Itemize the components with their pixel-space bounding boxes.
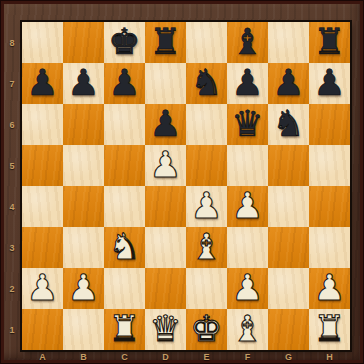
square-a5[interactable]	[22, 145, 63, 186]
piece-white-pawn-a2[interactable]: ♟	[26, 267, 58, 308]
file-label-e: E	[186, 349, 227, 364]
square-a6[interactable]	[22, 104, 63, 145]
piece-white-king-e1[interactable]: ♚	[190, 308, 222, 349]
piece-black-pawn-c7[interactable]: ♟	[108, 62, 140, 103]
piece-white-bishop-e3[interactable]: ♝	[190, 226, 222, 267]
piece-white-pawn-b2[interactable]: ♟	[67, 267, 99, 308]
square-h3[interactable]	[309, 227, 350, 268]
square-h1[interactable]: ♜	[309, 309, 350, 350]
square-e7[interactable]: ♞	[186, 63, 227, 104]
square-d3[interactable]	[145, 227, 186, 268]
rank-labels: 87654321	[0, 22, 22, 350]
square-a8[interactable]	[22, 22, 63, 63]
square-a1[interactable]	[22, 309, 63, 350]
square-h8[interactable]: ♜	[309, 22, 350, 63]
file-labels: ABCDEFGH	[22, 349, 350, 364]
square-e2[interactable]	[186, 268, 227, 309]
piece-white-rook-c1[interactable]: ♜	[108, 308, 140, 349]
square-f7[interactable]: ♟	[227, 63, 268, 104]
piece-black-pawn-g7[interactable]: ♟	[272, 62, 304, 103]
square-e3[interactable]: ♝	[186, 227, 227, 268]
square-e1[interactable]: ♚	[186, 309, 227, 350]
square-e6[interactable]	[186, 104, 227, 145]
rank-label-7: 7	[0, 63, 22, 104]
rank-label-3: 3	[0, 227, 22, 268]
square-f4[interactable]: ♟	[227, 186, 268, 227]
square-g1[interactable]	[268, 309, 309, 350]
file-label-g: G	[268, 349, 309, 364]
piece-white-pawn-f4[interactable]: ♟	[231, 185, 263, 226]
square-f6[interactable]: ♛	[227, 104, 268, 145]
square-c4[interactable]	[104, 186, 145, 227]
piece-white-pawn-d5[interactable]: ♟	[149, 144, 181, 185]
file-label-b: B	[63, 349, 104, 364]
square-h7[interactable]: ♟	[309, 63, 350, 104]
piece-black-pawn-d6[interactable]: ♟	[149, 103, 181, 144]
square-e5[interactable]	[186, 145, 227, 186]
square-b7[interactable]: ♟	[63, 63, 104, 104]
square-d6[interactable]: ♟	[145, 104, 186, 145]
rank-label-2: 2	[0, 268, 22, 309]
piece-black-pawn-b7[interactable]: ♟	[67, 62, 99, 103]
piece-black-queen-f6[interactable]: ♛	[231, 103, 263, 144]
piece-black-pawn-h7[interactable]: ♟	[313, 62, 345, 103]
square-g6[interactable]: ♞	[268, 104, 309, 145]
square-c1[interactable]: ♜	[104, 309, 145, 350]
square-e8[interactable]	[186, 22, 227, 63]
square-b1[interactable]	[63, 309, 104, 350]
file-label-f: F	[227, 349, 268, 364]
piece-white-pawn-h2[interactable]: ♟	[313, 267, 345, 308]
piece-white-pawn-e4[interactable]: ♟	[190, 185, 222, 226]
square-g3[interactable]	[268, 227, 309, 268]
piece-white-queen-d1[interactable]: ♛	[149, 308, 181, 349]
square-h4[interactable]	[309, 186, 350, 227]
piece-black-knight-g6[interactable]: ♞	[272, 103, 304, 144]
square-d2[interactable]	[145, 268, 186, 309]
square-f2[interactable]: ♟	[227, 268, 268, 309]
file-label-h: H	[309, 349, 350, 364]
square-c7[interactable]: ♟	[104, 63, 145, 104]
square-h5[interactable]	[309, 145, 350, 186]
piece-white-rook-h1[interactable]: ♜	[313, 308, 345, 349]
square-d8[interactable]: ♜	[145, 22, 186, 63]
piece-black-king-c8[interactable]: ♚	[108, 21, 140, 62]
square-a2[interactable]: ♟	[22, 268, 63, 309]
piece-white-knight-c3[interactable]: ♞	[108, 226, 140, 267]
piece-black-rook-h8[interactable]: ♜	[313, 21, 345, 62]
square-c6[interactable]	[104, 104, 145, 145]
square-g4[interactable]	[268, 186, 309, 227]
square-b8[interactable]	[63, 22, 104, 63]
square-c3[interactable]: ♞	[104, 227, 145, 268]
file-label-d: D	[145, 349, 186, 364]
square-a4[interactable]	[22, 186, 63, 227]
square-g8[interactable]	[268, 22, 309, 63]
square-a3[interactable]	[22, 227, 63, 268]
square-b2[interactable]: ♟	[63, 268, 104, 309]
square-g7[interactable]: ♟	[268, 63, 309, 104]
square-d1[interactable]: ♛	[145, 309, 186, 350]
square-f3[interactable]	[227, 227, 268, 268]
square-g5[interactable]	[268, 145, 309, 186]
chessboard-frame: 87654321 ♚♜♝♜♟♟♟♞♟♟♟♟♛♞♟♟♟♞♝♟♟♟♟♜♛♚♝♜ AB…	[0, 0, 364, 364]
square-c2[interactable]	[104, 268, 145, 309]
square-f5[interactable]	[227, 145, 268, 186]
rank-label-8: 8	[0, 22, 22, 63]
file-label-c: C	[104, 349, 145, 364]
rank-label-5: 5	[0, 145, 22, 186]
square-d4[interactable]	[145, 186, 186, 227]
square-e4[interactable]: ♟	[186, 186, 227, 227]
square-b3[interactable]	[63, 227, 104, 268]
square-d5[interactable]: ♟	[145, 145, 186, 186]
square-c8[interactable]: ♚	[104, 22, 145, 63]
piece-black-pawn-a7[interactable]: ♟	[26, 62, 58, 103]
piece-black-pawn-f7[interactable]: ♟	[231, 62, 263, 103]
piece-white-bishop-f1[interactable]: ♝	[231, 308, 263, 349]
square-a7[interactable]: ♟	[22, 63, 63, 104]
chess-board[interactable]: ♚♜♝♜♟♟♟♞♟♟♟♟♛♞♟♟♟♞♝♟♟♟♟♜♛♚♝♜	[22, 22, 350, 350]
file-label-a: A	[22, 349, 63, 364]
square-f1[interactable]: ♝	[227, 309, 268, 350]
square-d7[interactable]	[145, 63, 186, 104]
rank-label-4: 4	[0, 186, 22, 227]
square-f8[interactable]: ♝	[227, 22, 268, 63]
square-b4[interactable]	[63, 186, 104, 227]
square-b6[interactable]	[63, 104, 104, 145]
rank-label-6: 6	[0, 104, 22, 145]
rank-label-1: 1	[0, 309, 22, 350]
square-h2[interactable]: ♟	[309, 268, 350, 309]
piece-black-bishop-f8[interactable]: ♝	[231, 21, 263, 62]
square-h6[interactable]	[309, 104, 350, 145]
piece-black-knight-e7[interactable]: ♞	[190, 62, 222, 103]
square-g2[interactable]	[268, 268, 309, 309]
square-c5[interactable]	[104, 145, 145, 186]
square-b5[interactable]	[63, 145, 104, 186]
piece-white-pawn-f2[interactable]: ♟	[231, 267, 263, 308]
piece-black-rook-d8[interactable]: ♜	[149, 21, 181, 62]
